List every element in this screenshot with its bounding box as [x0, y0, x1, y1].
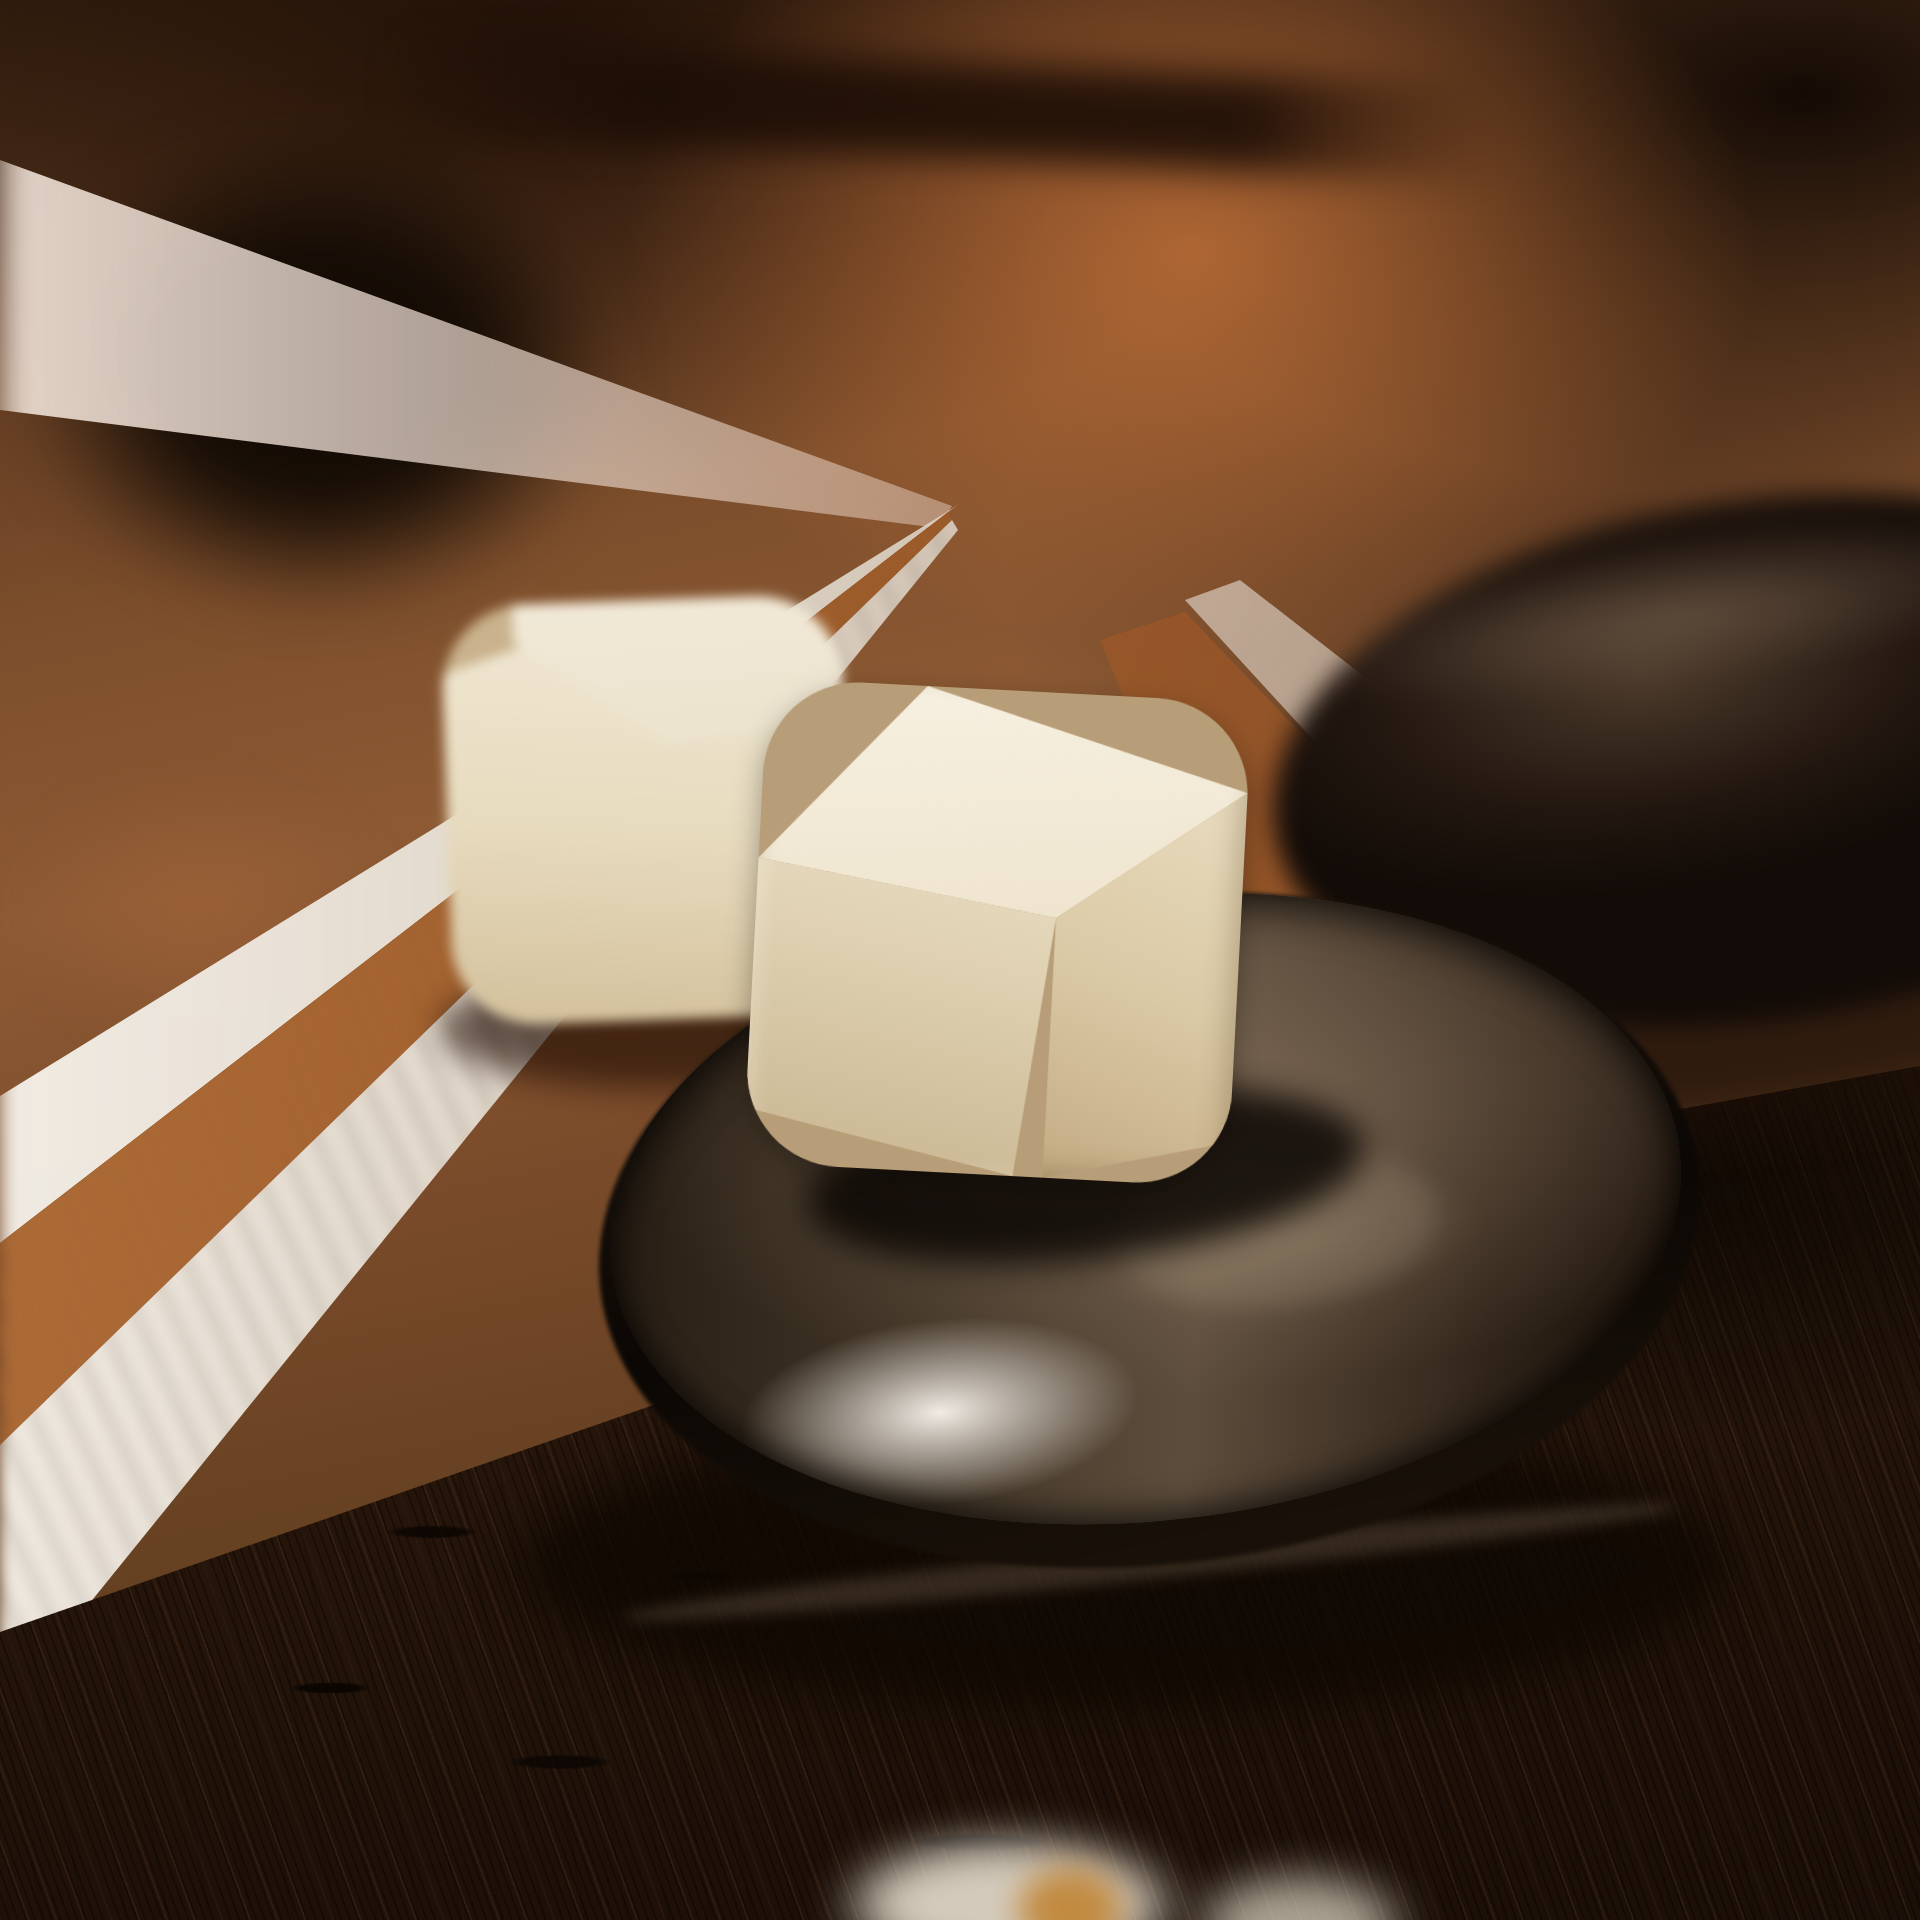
backgammon-macro-photo: [0, 0, 1920, 1920]
front-die: [743, 678, 1253, 1188]
